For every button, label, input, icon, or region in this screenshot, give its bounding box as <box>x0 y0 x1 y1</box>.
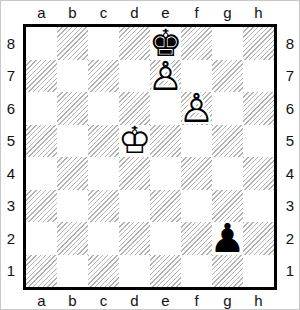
white-king-d5[interactable]: ♔ <box>118 122 151 159</box>
square-e1[interactable] <box>150 255 181 288</box>
square-d3[interactable] <box>119 190 150 223</box>
rank-label-4-right: 4 <box>280 157 300 190</box>
rank-labels-right: 87654321 <box>280 27 300 287</box>
chess-board: ♚♙♙♔♟ <box>23 24 277 290</box>
black-pawn-g2[interactable]: ♟ <box>210 218 246 258</box>
square-h4[interactable] <box>243 157 274 190</box>
square-f6[interactable]: ♙ <box>181 92 212 125</box>
square-d5[interactable]: ♔ <box>119 125 150 158</box>
square-a6[interactable] <box>26 92 57 125</box>
file-labels-top: abcdefgh <box>26 3 274 21</box>
square-b7[interactable] <box>57 60 88 93</box>
white-pawn-f6[interactable]: ♙ <box>179 88 215 128</box>
file-label-d-top: d <box>119 3 150 21</box>
square-e4[interactable] <box>150 157 181 190</box>
rank-label-6-right: 6 <box>280 92 300 125</box>
file-labels-bottom: abcdefgh <box>26 291 274 309</box>
rank-label-7-right: 7 <box>280 60 300 93</box>
file-label-a-bottom: a <box>26 291 57 309</box>
square-d1[interactable] <box>119 255 150 288</box>
rank-label-1-right: 1 <box>280 255 300 288</box>
square-f1[interactable] <box>181 255 212 288</box>
rank-label-5-right: 5 <box>280 125 300 158</box>
square-b8[interactable] <box>57 27 88 60</box>
square-b6[interactable] <box>57 92 88 125</box>
rank-label-3-right: 3 <box>280 190 300 223</box>
square-a2[interactable] <box>26 222 57 255</box>
square-h2[interactable] <box>243 222 274 255</box>
square-f2[interactable] <box>181 222 212 255</box>
file-label-e-top: e <box>150 3 181 21</box>
square-g6[interactable] <box>212 92 243 125</box>
rank-label-2-right: 2 <box>280 222 300 255</box>
square-g1[interactable] <box>212 255 243 288</box>
rank-label-1-left: 1 <box>1 255 21 288</box>
rank-label-2-left: 2 <box>1 222 21 255</box>
file-label-b-bottom: b <box>57 291 88 309</box>
square-d2[interactable] <box>119 222 150 255</box>
rank-label-8-left: 8 <box>1 27 21 60</box>
rank-label-5-left: 5 <box>1 125 21 158</box>
file-label-g-bottom: g <box>212 291 243 309</box>
rank-label-3-left: 3 <box>1 190 21 223</box>
square-g7[interactable] <box>212 60 243 93</box>
file-label-h-top: h <box>243 3 274 21</box>
file-label-c-bottom: c <box>88 291 119 309</box>
rank-labels-left: 87654321 <box>1 27 21 287</box>
square-c1[interactable] <box>88 255 119 288</box>
chess-diagram: abcdefgh 87654321 ♚♙♙♔♟ 87654321 abcdefg… <box>0 0 300 310</box>
rank-label-7-left: 7 <box>1 60 21 93</box>
square-h6[interactable] <box>243 92 274 125</box>
square-c5[interactable] <box>88 125 119 158</box>
square-f5[interactable] <box>181 125 212 158</box>
square-e2[interactable] <box>150 222 181 255</box>
square-d7[interactable] <box>119 60 150 93</box>
file-label-c-top: c <box>88 3 119 21</box>
file-label-e-bottom: e <box>150 291 181 309</box>
square-g4[interactable] <box>212 157 243 190</box>
file-label-a-top: a <box>26 3 57 21</box>
square-a4[interactable] <box>26 157 57 190</box>
square-c6[interactable] <box>88 92 119 125</box>
square-h1[interactable] <box>243 255 274 288</box>
square-g8[interactable] <box>212 27 243 60</box>
square-e5[interactable] <box>150 125 181 158</box>
file-label-b-top: b <box>57 3 88 21</box>
square-b2[interactable] <box>57 222 88 255</box>
square-b3[interactable] <box>57 190 88 223</box>
square-g5[interactable] <box>212 125 243 158</box>
square-b1[interactable] <box>57 255 88 288</box>
square-g2[interactable]: ♟ <box>212 222 243 255</box>
square-c4[interactable] <box>88 157 119 190</box>
square-f3[interactable] <box>181 190 212 223</box>
rank-label-8-right: 8 <box>280 27 300 60</box>
square-f8[interactable] <box>181 27 212 60</box>
square-a1[interactable] <box>26 255 57 288</box>
file-label-f-bottom: f <box>181 291 212 309</box>
square-h8[interactable] <box>243 27 274 60</box>
square-h3[interactable] <box>243 190 274 223</box>
file-label-f-top: f <box>181 3 212 21</box>
square-a3[interactable] <box>26 190 57 223</box>
square-a8[interactable] <box>26 27 57 60</box>
square-e3[interactable] <box>150 190 181 223</box>
square-d8[interactable] <box>119 27 150 60</box>
file-label-g-top: g <box>212 3 243 21</box>
square-c8[interactable] <box>88 27 119 60</box>
square-e7[interactable]: ♙ <box>150 60 181 93</box>
square-b5[interactable] <box>57 125 88 158</box>
square-c3[interactable] <box>88 190 119 223</box>
square-a7[interactable] <box>26 60 57 93</box>
file-label-h-bottom: h <box>243 291 274 309</box>
square-c2[interactable] <box>88 222 119 255</box>
rank-label-6-left: 6 <box>1 92 21 125</box>
square-h5[interactable] <box>243 125 274 158</box>
rank-label-4-left: 4 <box>1 157 21 190</box>
square-b4[interactable] <box>57 157 88 190</box>
square-f4[interactable] <box>181 157 212 190</box>
square-c7[interactable] <box>88 60 119 93</box>
file-label-d-bottom: d <box>119 291 150 309</box>
square-e6[interactable] <box>150 92 181 125</box>
square-a5[interactable] <box>26 125 57 158</box>
square-d4[interactable] <box>119 157 150 190</box>
square-h7[interactable] <box>243 60 274 93</box>
